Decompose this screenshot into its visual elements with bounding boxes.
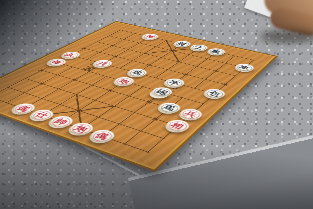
hand — [247, 0, 313, 54]
piece-character: 士 — [193, 45, 205, 50]
piece-character: 包 — [207, 90, 222, 97]
piece-character: 俥 — [144, 35, 156, 39]
piece-character: 俥 — [50, 60, 64, 65]
piece-character: 相 — [169, 121, 186, 130]
piece-character: 將 — [176, 42, 188, 47]
piece-character: 象 — [210, 49, 222, 54]
piece-character: 馬 — [130, 70, 144, 76]
piece-character: 砲 — [155, 89, 170, 96]
piece-character: 傌 — [94, 131, 112, 140]
piece-character: 仕 — [34, 111, 51, 119]
piece-character: 傌 — [15, 105, 32, 113]
piece-character: 兵 — [96, 61, 110, 66]
piece-character: 馬 — [162, 104, 178, 112]
piece-character: 車 — [238, 65, 251, 71]
piece-character: 炮 — [117, 78, 131, 84]
piece-character: 帥 — [53, 117, 70, 125]
piece-character: 兵 — [183, 110, 199, 118]
piece-character: 卒 — [167, 80, 181, 86]
photo-scene: 楚河 漢界 俥將士象車兵兵馬卒包俥炮砲馬兵相傌仕帥炮傌 — [0, 0, 313, 209]
hand-shadow — [260, 30, 313, 43]
piece-character: 炮 — [73, 124, 90, 133]
piece-character: 兵 — [64, 53, 77, 58]
